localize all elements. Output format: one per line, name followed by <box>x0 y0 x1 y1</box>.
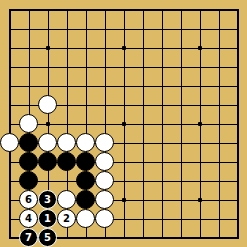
intersection-12-4 <box>209 57 228 76</box>
intersection-10-3 <box>171 38 190 57</box>
intersection-4-10 <box>57 171 76 190</box>
intersection-13-8 <box>228 133 247 152</box>
intersection-10-9 <box>171 152 190 171</box>
intersection-7-5 <box>114 76 133 95</box>
go-board: 6341275 <box>0 0 247 247</box>
intersection-10-8 <box>171 133 190 152</box>
intersection-1-9 <box>0 152 19 171</box>
intersection-9-6 <box>152 95 171 114</box>
intersection-5-5 <box>76 76 95 95</box>
intersection-3-5 <box>38 76 57 95</box>
intersection-5-8 <box>76 133 95 152</box>
intersection-6-11 <box>95 190 114 209</box>
intersection-10-6 <box>171 95 190 114</box>
intersection-11-10 <box>190 171 209 190</box>
intersection-13-2 <box>228 19 247 38</box>
black-stone: 5 <box>38 228 57 247</box>
intersection-9-5 <box>152 76 171 95</box>
intersection-4-8 <box>57 133 76 152</box>
intersection-12-12 <box>209 209 228 228</box>
intersection-9-12 <box>152 209 171 228</box>
intersection-13-4 <box>228 57 247 76</box>
intersection-4-5 <box>57 76 76 95</box>
white-stone: 4 <box>19 209 38 228</box>
intersection-6-13 <box>95 228 114 247</box>
intersection-10-13 <box>171 228 190 247</box>
white-stone <box>76 209 95 228</box>
intersection-7-9 <box>114 152 133 171</box>
intersection-11-5 <box>190 76 209 95</box>
intersection-7-6 <box>114 95 133 114</box>
intersection-4-13 <box>57 228 76 247</box>
intersection-7-10 <box>114 171 133 190</box>
intersection-2-6 <box>19 95 38 114</box>
intersection-8-5 <box>133 76 152 95</box>
move-number-label: 5 <box>44 233 51 243</box>
intersection-2-3 <box>19 38 38 57</box>
black-stone <box>76 190 95 209</box>
intersection-13-1 <box>228 0 247 19</box>
intersection-8-1 <box>133 0 152 19</box>
white-stone <box>57 190 76 209</box>
white-stone <box>38 133 57 152</box>
intersection-6-2 <box>95 19 114 38</box>
intersection-5-12 <box>76 209 95 228</box>
intersection-7-3 <box>114 38 133 57</box>
black-stone <box>76 171 95 190</box>
intersection-1-12 <box>0 209 19 228</box>
intersection-1-2 <box>0 19 19 38</box>
intersection-2-9 <box>19 152 38 171</box>
intersection-9-9 <box>152 152 171 171</box>
move-number-label: 2 <box>63 214 70 224</box>
intersection-4-12: 2 <box>57 209 76 228</box>
intersection-6-1 <box>95 0 114 19</box>
intersection-13-11 <box>228 190 247 209</box>
intersection-7-12 <box>114 209 133 228</box>
intersection-7-7 <box>114 114 133 133</box>
intersection-13-7 <box>228 114 247 133</box>
intersection-9-7 <box>152 114 171 133</box>
move-number-label: 6 <box>25 195 32 205</box>
intersection-4-1 <box>57 0 76 19</box>
intersection-12-7 <box>209 114 228 133</box>
intersection-4-4 <box>57 57 76 76</box>
white-stone <box>95 171 114 190</box>
white-stone <box>57 133 76 152</box>
intersection-13-13 <box>228 228 247 247</box>
intersection-12-3 <box>209 38 228 57</box>
intersection-12-8 <box>209 133 228 152</box>
white-stone <box>95 190 114 209</box>
intersection-5-11 <box>76 190 95 209</box>
move-number-label: 3 <box>44 195 51 205</box>
intersection-3-7 <box>38 114 57 133</box>
intersection-2-1 <box>19 0 38 19</box>
intersection-2-7 <box>19 114 38 133</box>
intersection-9-13 <box>152 228 171 247</box>
intersection-11-11 <box>190 190 209 209</box>
intersection-3-11: 3 <box>38 190 57 209</box>
intersection-6-9 <box>95 152 114 171</box>
intersection-11-13 <box>190 228 209 247</box>
intersection-3-8 <box>38 133 57 152</box>
intersection-11-2 <box>190 19 209 38</box>
intersection-5-3 <box>76 38 95 57</box>
intersection-3-9 <box>38 152 57 171</box>
intersection-12-6 <box>209 95 228 114</box>
intersection-8-11 <box>133 190 152 209</box>
intersection-2-11: 6 <box>19 190 38 209</box>
black-stone <box>76 152 95 171</box>
intersection-12-9 <box>209 152 228 171</box>
white-stone <box>0 133 19 152</box>
intersection-7-13 <box>114 228 133 247</box>
intersection-5-2 <box>76 19 95 38</box>
intersection-12-5 <box>209 76 228 95</box>
intersection-1-10 <box>0 171 19 190</box>
intersection-1-7 <box>0 114 19 133</box>
intersection-1-5 <box>0 76 19 95</box>
intersection-8-4 <box>133 57 152 76</box>
white-stone <box>38 95 57 114</box>
intersection-10-5 <box>171 76 190 95</box>
intersection-6-3 <box>95 38 114 57</box>
intersection-11-9 <box>190 152 209 171</box>
intersection-10-10 <box>171 171 190 190</box>
intersection-11-8 <box>190 133 209 152</box>
black-stone <box>38 152 57 171</box>
intersection-2-8 <box>19 133 38 152</box>
intersection-8-3 <box>133 38 152 57</box>
intersection-10-12 <box>171 209 190 228</box>
intersection-1-6 <box>0 95 19 114</box>
intersection-1-1 <box>0 0 19 19</box>
intersection-2-13: 7 <box>19 228 38 247</box>
intersection-12-13 <box>209 228 228 247</box>
intersection-3-10 <box>38 171 57 190</box>
intersection-12-11 <box>209 190 228 209</box>
intersection-6-8 <box>95 133 114 152</box>
intersection-6-4 <box>95 57 114 76</box>
intersection-13-5 <box>228 76 247 95</box>
intersection-3-2 <box>38 19 57 38</box>
white-stone <box>95 209 114 228</box>
intersection-5-10 <box>76 171 95 190</box>
intersection-13-10 <box>228 171 247 190</box>
intersection-4-3 <box>57 38 76 57</box>
intersection-10-4 <box>171 57 190 76</box>
white-stone <box>95 152 114 171</box>
move-number-label: 7 <box>25 233 32 243</box>
intersection-5-4 <box>76 57 95 76</box>
intersection-4-7 <box>57 114 76 133</box>
intersection-5-1 <box>76 0 95 19</box>
intersection-2-10 <box>19 171 38 190</box>
black-stone <box>19 171 38 190</box>
black-stone: 7 <box>19 228 38 247</box>
intersection-5-6 <box>76 95 95 114</box>
intersection-10-1 <box>171 0 190 19</box>
intersection-3-1 <box>38 0 57 19</box>
intersection-7-4 <box>114 57 133 76</box>
intersection-11-1 <box>190 0 209 19</box>
intersection-11-6 <box>190 95 209 114</box>
white-stone <box>95 133 114 152</box>
white-stone <box>76 133 95 152</box>
black-stone <box>19 152 38 171</box>
intersection-11-12 <box>190 209 209 228</box>
intersection-3-12: 1 <box>38 209 57 228</box>
intersection-3-3 <box>38 38 57 57</box>
white-stone: 6 <box>19 190 38 209</box>
intersection-5-7 <box>76 114 95 133</box>
intersection-9-4 <box>152 57 171 76</box>
intersection-8-2 <box>133 19 152 38</box>
intersection-1-13 <box>0 228 19 247</box>
intersection-2-5 <box>19 76 38 95</box>
intersection-7-2 <box>114 19 133 38</box>
intersection-8-10 <box>133 171 152 190</box>
intersection-6-7 <box>95 114 114 133</box>
intersection-9-10 <box>152 171 171 190</box>
intersection-6-6 <box>95 95 114 114</box>
intersection-3-6 <box>38 95 57 114</box>
intersection-13-6 <box>228 95 247 114</box>
intersection-8-12 <box>133 209 152 228</box>
intersection-3-4 <box>38 57 57 76</box>
intersection-4-11 <box>57 190 76 209</box>
intersection-1-8 <box>0 133 19 152</box>
intersection-12-1 <box>209 0 228 19</box>
intersection-1-11 <box>0 190 19 209</box>
intersection-11-7 <box>190 114 209 133</box>
intersection-3-13: 5 <box>38 228 57 247</box>
intersection-9-1 <box>152 0 171 19</box>
intersection-9-2 <box>152 19 171 38</box>
intersection-10-2 <box>171 19 190 38</box>
intersection-12-10 <box>209 171 228 190</box>
intersection-8-8 <box>133 133 152 152</box>
intersection-9-8 <box>152 133 171 152</box>
intersection-8-6 <box>133 95 152 114</box>
intersection-7-11 <box>114 190 133 209</box>
intersection-9-11 <box>152 190 171 209</box>
black-stone <box>19 133 38 152</box>
intersection-5-13 <box>76 228 95 247</box>
intersection-13-9 <box>228 152 247 171</box>
intersection-10-11 <box>171 190 190 209</box>
white-stone <box>19 114 38 133</box>
move-number-label: 1 <box>44 214 51 224</box>
intersection-1-4 <box>0 57 19 76</box>
intersection-2-4 <box>19 57 38 76</box>
intersection-5-9 <box>76 152 95 171</box>
intersection-9-3 <box>152 38 171 57</box>
white-stone: 2 <box>57 209 76 228</box>
intersection-8-9 <box>133 152 152 171</box>
intersection-2-12: 4 <box>19 209 38 228</box>
intersection-1-3 <box>0 38 19 57</box>
intersection-6-12 <box>95 209 114 228</box>
intersection-13-3 <box>228 38 247 57</box>
intersection-11-4 <box>190 57 209 76</box>
intersection-12-2 <box>209 19 228 38</box>
stones-layer: 6341275 <box>0 0 247 247</box>
black-stone: 3 <box>38 190 57 209</box>
intersection-11-3 <box>190 38 209 57</box>
move-number-label: 4 <box>25 214 32 224</box>
intersection-4-2 <box>57 19 76 38</box>
intersection-8-13 <box>133 228 152 247</box>
black-stone: 1 <box>38 209 57 228</box>
intersection-6-10 <box>95 171 114 190</box>
intersection-4-6 <box>57 95 76 114</box>
intersection-2-2 <box>19 19 38 38</box>
intersection-4-9 <box>57 152 76 171</box>
intersection-7-8 <box>114 133 133 152</box>
intersection-6-5 <box>95 76 114 95</box>
intersection-7-1 <box>114 0 133 19</box>
black-stone <box>57 152 76 171</box>
intersection-8-7 <box>133 114 152 133</box>
intersection-13-12 <box>228 209 247 228</box>
intersection-10-7 <box>171 114 190 133</box>
